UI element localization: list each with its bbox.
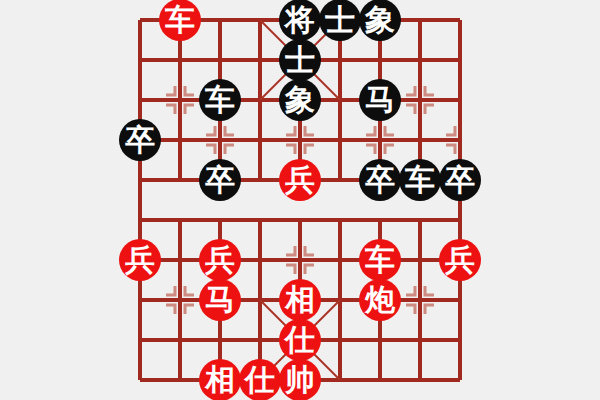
piece-red-elephant[interactable]: 相 xyxy=(279,279,321,321)
piece-red-soldier[interactable]: 兵 xyxy=(199,239,241,281)
piece-red-horse[interactable]: 马 xyxy=(199,279,241,321)
piece-black-advisor[interactable]: 士 xyxy=(279,39,321,81)
piece-black-elephant[interactable]: 象 xyxy=(279,79,321,121)
piece-red-chariot[interactable]: 车 xyxy=(359,239,401,281)
piece-red-chariot[interactable]: 车 xyxy=(159,0,201,41)
piece-black-soldier[interactable]: 卒 xyxy=(359,159,401,201)
piece-black-soldier[interactable]: 卒 xyxy=(199,159,241,201)
piece-black-chariot[interactable]: 车 xyxy=(399,159,441,201)
piece-black-soldier[interactable]: 卒 xyxy=(119,119,161,161)
piece-red-advisor[interactable]: 仕 xyxy=(239,359,281,400)
piece-black-general[interactable]: 将 xyxy=(279,0,321,41)
piece-red-cannon[interactable]: 炮 xyxy=(359,279,401,321)
piece-red-elephant[interactable]: 相 xyxy=(199,359,241,400)
xiangqi-board[interactable]: 车将士象士车象马卒卒兵卒车卒兵兵车兵马相炮仕相仕帅 xyxy=(140,20,460,380)
piece-black-elephant[interactable]: 象 xyxy=(359,0,401,41)
piece-red-soldier[interactable]: 兵 xyxy=(439,239,481,281)
piece-red-general[interactable]: 帅 xyxy=(279,359,321,400)
piece-black-soldier[interactable]: 卒 xyxy=(439,159,481,201)
piece-red-advisor[interactable]: 仕 xyxy=(279,319,321,361)
piece-red-soldier[interactable]: 兵 xyxy=(279,159,321,201)
piece-red-soldier[interactable]: 兵 xyxy=(119,239,161,281)
xiangqi-app: 车将士象士车象马卒卒兵卒车卒兵兵车兵马相炮仕相仕帅 xyxy=(0,0,600,400)
piece-black-chariot[interactable]: 车 xyxy=(199,79,241,121)
piece-black-horse[interactable]: 马 xyxy=(359,79,401,121)
piece-black-advisor[interactable]: 士 xyxy=(319,0,361,41)
